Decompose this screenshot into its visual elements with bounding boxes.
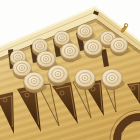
checker-center-dot [33, 80, 35, 82]
backgammon-board [0, 0, 140, 140]
checker-center-dot [92, 46, 94, 48]
checker-center-dot [45, 58, 47, 60]
checker-center-dot [84, 77, 86, 79]
checker-center-dot [61, 37, 63, 39]
checker-center-dot [118, 44, 120, 46]
checker-center-dot [107, 37, 109, 39]
checker-center-dot [57, 73, 59, 75]
checker-center-dot [84, 30, 86, 32]
checker-center-dot [17, 56, 19, 58]
checker-center-dot [39, 45, 41, 47]
checker-center-dot [69, 50, 71, 52]
checker-center-dot [111, 77, 113, 79]
backgammon-board-photo [0, 0, 140, 140]
checker-center-dot [21, 67, 23, 69]
